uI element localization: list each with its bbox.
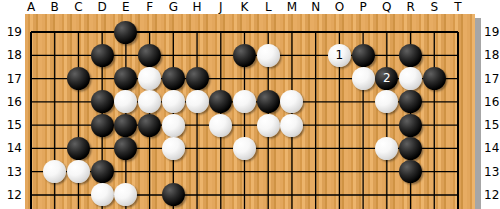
stone-white-H16[interactable] [186, 90, 209, 113]
row-label-right-14: 14 [484, 141, 500, 155]
column-label-O: O [329, 0, 349, 14]
column-label-E: E [116, 0, 136, 14]
stone-black-L16[interactable] [257, 90, 280, 113]
stone-black-H17[interactable] [186, 67, 209, 90]
row-label-left-12: 12 [0, 188, 22, 202]
stone-white-R17[interactable] [399, 67, 422, 90]
stone-black-K18[interactable] [233, 44, 256, 67]
stone-black-E19[interactable] [114, 21, 137, 44]
stone-white-G15[interactable] [162, 114, 185, 137]
row-label-left-16: 16 [0, 95, 22, 109]
stone-black-F18[interactable] [138, 44, 161, 67]
stone-white-O18-move-1[interactable]: 1 [328, 44, 351, 67]
column-label-G: G [163, 0, 183, 14]
column-label-H: H [187, 0, 207, 14]
row-label-right-13: 13 [484, 165, 500, 179]
stone-white-G14[interactable] [162, 137, 185, 160]
stone-white-M15[interactable] [280, 114, 303, 137]
stone-white-J15[interactable] [209, 114, 232, 137]
column-label-M: M [282, 0, 302, 14]
row-label-left-19: 19 [0, 25, 22, 39]
row-label-left-17: 17 [0, 72, 22, 86]
column-label-B: B [45, 0, 65, 14]
stone-black-S17[interactable] [423, 67, 446, 90]
column-label-F: F [140, 0, 160, 14]
stone-black-C14[interactable] [67, 137, 90, 160]
column-label-N: N [306, 0, 326, 14]
stone-white-D12[interactable] [91, 183, 114, 206]
row-label-right-12: 12 [484, 188, 500, 202]
row-label-left-15: 15 [0, 118, 22, 132]
column-label-S: S [424, 0, 444, 14]
row-label-left-13: 13 [0, 165, 22, 179]
row-label-right-16: 16 [484, 95, 500, 109]
column-label-K: K [234, 0, 254, 14]
column-label-T: T [448, 0, 468, 14]
column-label-P: P [353, 0, 373, 14]
stone-black-F15[interactable] [138, 114, 161, 137]
row-label-left-14: 14 [0, 141, 22, 155]
column-label-D: D [92, 0, 112, 14]
stone-black-D18[interactable] [91, 44, 114, 67]
column-label-C: C [68, 0, 88, 14]
stone-black-R15[interactable] [399, 114, 422, 137]
row-label-right-17: 17 [484, 72, 500, 86]
column-label-Q: Q [377, 0, 397, 14]
stone-black-E15[interactable] [114, 114, 137, 137]
column-label-J: J [211, 0, 231, 14]
stone-black-C17[interactable] [67, 67, 90, 90]
stone-white-K14[interactable] [233, 137, 256, 160]
stone-white-P17[interactable] [352, 67, 375, 90]
row-label-right-15: 15 [484, 118, 500, 132]
column-label-R: R [401, 0, 421, 14]
board-shadow [475, 18, 481, 209]
stone-white-L15[interactable] [257, 114, 280, 137]
stone-black-D16[interactable] [91, 90, 114, 113]
goban[interactable]: 12 [25, 14, 475, 209]
column-label-L: L [258, 0, 278, 14]
row-label-right-19: 19 [484, 25, 500, 39]
stone-black-D13[interactable] [91, 160, 114, 183]
stone-white-C13[interactable] [67, 160, 90, 183]
column-label-A: A [21, 0, 41, 14]
stone-black-G17[interactable] [162, 67, 185, 90]
go-diagram-screen: ABCDEFGHJKLMNOPQRST 1918171615141312 191… [0, 0, 500, 209]
stone-black-P18[interactable] [352, 44, 375, 67]
stone-black-D15[interactable] [91, 114, 114, 137]
stone-white-L18[interactable] [257, 44, 280, 67]
stone-black-R14[interactable] [399, 137, 422, 160]
row-label-right-18: 18 [484, 48, 500, 62]
row-label-left-18: 18 [0, 48, 22, 62]
stone-black-R18[interactable] [399, 44, 422, 67]
